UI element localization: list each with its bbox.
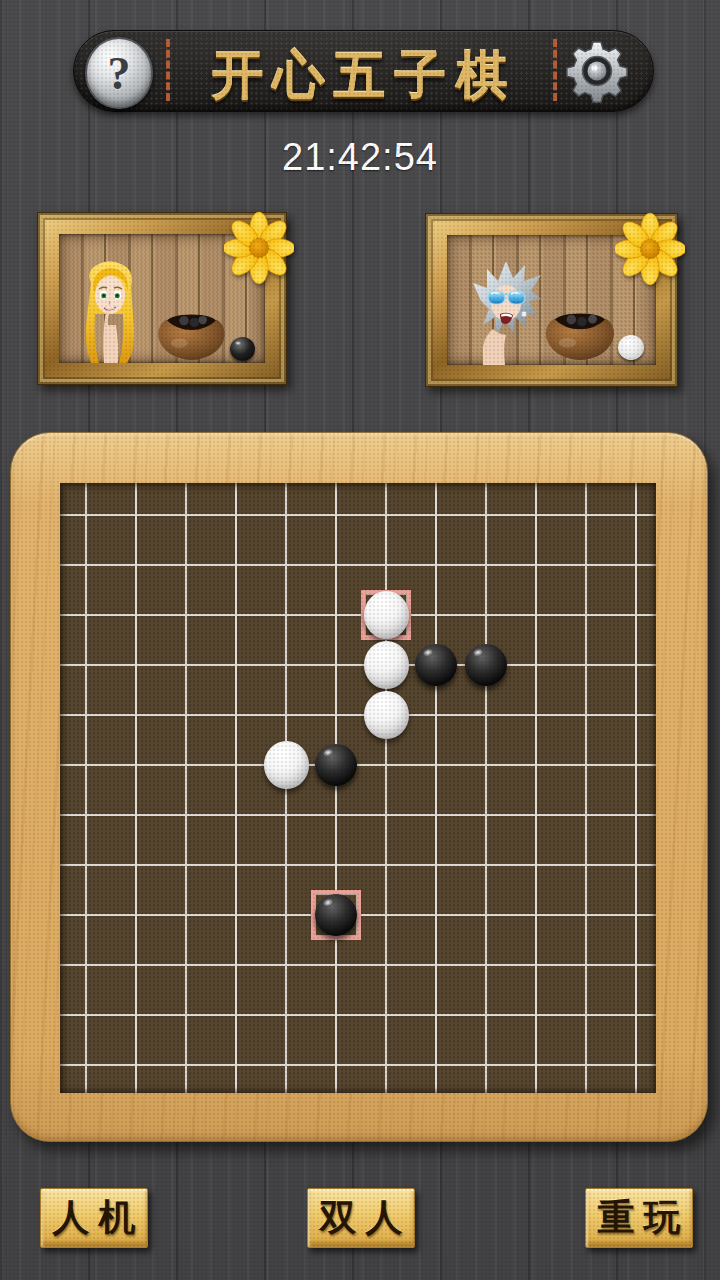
black-stone [465,644,507,686]
blonde-girl-avatar [81,259,139,363]
white-stone [364,691,409,739]
two-players-button[interactable]: 双人 [307,1188,415,1248]
help-button[interactable]: ? [85,37,153,109]
title-bar: ? 开心五子棋 [73,30,654,112]
player-left-frame [37,212,287,385]
stone-bowl-right [541,311,619,361]
stone-bowl-left [154,312,229,361]
black-stone [315,894,357,936]
flower-decoration-right [615,210,685,286]
white-stone [364,591,409,639]
human-vs-ai-button[interactable]: 人机 [40,1188,148,1248]
app-title: 开心五子棋 [182,41,546,111]
settings-button[interactable] [564,38,630,104]
stitch-divider-right [553,39,557,101]
white-stone [264,741,309,789]
replay-button[interactable]: 重玩 [585,1188,693,1248]
game-timer: 21:42:54 [0,136,720,179]
white-stone [364,641,409,689]
black-stone [415,644,457,686]
silver-hair-avatar [473,261,541,365]
board-frame [10,432,708,1142]
white-tray-stone [618,335,644,360]
board-grid[interactable] [60,483,656,1093]
flower-decoration-left [224,209,294,285]
black-tray-stone [230,337,255,361]
player-right-frame [425,213,678,387]
gear-icon [564,38,630,104]
question-mark-icon: ? [108,47,131,100]
stitch-divider-left [166,39,170,101]
black-stone [315,744,357,786]
